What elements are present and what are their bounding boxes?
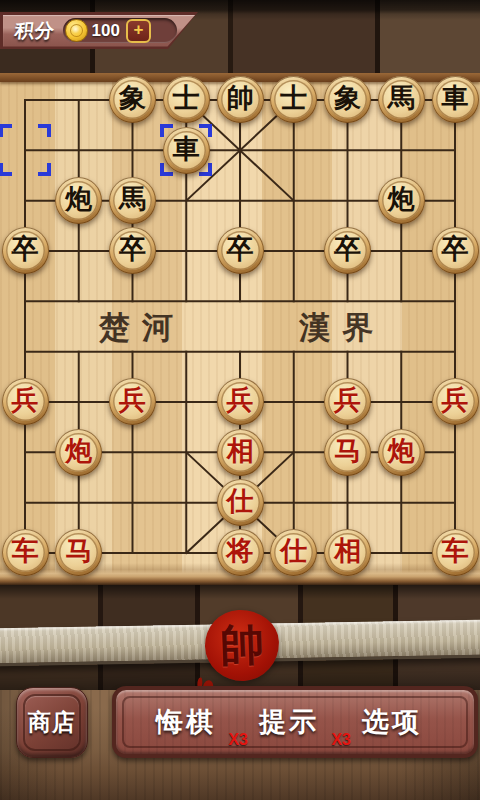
cell-8-5[interactable] xyxy=(428,326,480,376)
piece-face: 卒 xyxy=(6,231,45,270)
piece-face: 兵 xyxy=(113,382,152,421)
shop-button-label: 商店 xyxy=(28,707,76,738)
cell-6-1[interactable] xyxy=(321,125,375,175)
piece-red-8-9[interactable]: 车 xyxy=(432,529,479,576)
piece-character: 炮 xyxy=(388,186,415,213)
piece-red-8-6[interactable]: 兵 xyxy=(432,378,479,425)
piece-red-4-9[interactable]: 将 xyxy=(217,529,264,576)
cell-0-7[interactable] xyxy=(0,427,52,477)
cell-8-9[interactable]: 车 xyxy=(428,528,480,578)
piece-black-8-3[interactable]: 卒 xyxy=(432,227,479,274)
cell-1-1[interactable] xyxy=(52,125,106,175)
piece-character: 卒 xyxy=(334,236,361,263)
piece-character: 将 xyxy=(227,538,254,565)
coin-icon xyxy=(65,19,88,42)
hint-count-badge: X3 xyxy=(331,731,351,749)
cell-1-0[interactable] xyxy=(52,75,106,125)
coin-pill: 100 + xyxy=(63,18,177,43)
cell-6-7[interactable]: 马 xyxy=(321,427,375,477)
shop-button[interactable]: 商店 xyxy=(16,687,88,758)
piece-character: 象 xyxy=(119,85,146,112)
cell-6-9[interactable]: 相 xyxy=(321,528,375,578)
piece-black-3-1[interactable]: 車 xyxy=(163,127,210,174)
cell-7-1[interactable] xyxy=(374,125,428,175)
cell-5-6[interactable] xyxy=(267,377,321,427)
cell-6-6[interactable]: 兵 xyxy=(321,377,375,427)
coin-amount: 100 xyxy=(92,21,120,41)
piece-black-7-0[interactable]: 馬 xyxy=(378,76,425,123)
piece-face: 卒 xyxy=(328,231,367,270)
piece-character: 車 xyxy=(173,136,200,163)
piece-red-0-9[interactable]: 车 xyxy=(2,529,49,576)
piece-face: 車 xyxy=(436,80,475,119)
piece-black-4-0[interactable]: 帥 xyxy=(217,76,264,123)
piece-character: 仕 xyxy=(227,488,254,515)
piece-face: 相 xyxy=(328,533,367,572)
piece-character: 卒 xyxy=(12,236,39,263)
cell-5-5[interactable] xyxy=(267,326,321,376)
piece-character: 卒 xyxy=(119,236,146,263)
cell-0-4[interactable] xyxy=(0,276,52,326)
board-grid: 象士帥士象馬車車炮馬炮卒卒卒卒卒兵兵兵兵兵炮相马炮仕车马将仕相车 xyxy=(0,75,480,578)
cell-8-8[interactable] xyxy=(428,477,480,527)
cell-4-1[interactable] xyxy=(213,125,267,175)
piece-red-4-7[interactable]: 相 xyxy=(217,429,264,476)
piece-face: 马 xyxy=(59,533,98,572)
cell-0-8[interactable] xyxy=(0,477,52,527)
piece-red-4-6[interactable]: 兵 xyxy=(217,378,264,425)
cell-1-6[interactable] xyxy=(52,377,106,427)
piece-face: 相 xyxy=(221,433,260,472)
cell-4-7[interactable]: 相 xyxy=(213,427,267,477)
cell-6-2[interactable] xyxy=(321,175,375,225)
piece-red-6-6[interactable]: 兵 xyxy=(324,378,371,425)
cell-8-1[interactable] xyxy=(428,125,480,175)
cell-2-7[interactable] xyxy=(106,427,160,477)
cell-6-0[interactable]: 象 xyxy=(321,75,375,125)
cell-8-0[interactable]: 車 xyxy=(428,75,480,125)
cell-3-4[interactable] xyxy=(159,276,213,326)
cell-2-0[interactable]: 象 xyxy=(106,75,160,125)
cell-3-2[interactable] xyxy=(159,175,213,225)
cell-1-4[interactable] xyxy=(52,276,106,326)
cell-0-6[interactable]: 兵 xyxy=(0,377,52,427)
cell-1-9[interactable]: 马 xyxy=(52,528,106,578)
cell-2-3[interactable]: 卒 xyxy=(106,226,160,276)
piece-face: 炮 xyxy=(59,181,98,220)
cell-4-0[interactable]: 帥 xyxy=(213,75,267,125)
cell-7-0[interactable]: 馬 xyxy=(374,75,428,125)
piece-black-7-2[interactable]: 炮 xyxy=(378,177,425,224)
piece-character: 马 xyxy=(65,538,92,565)
piece-red-5-9[interactable]: 仕 xyxy=(270,529,317,576)
score-label: 积分 xyxy=(13,18,56,44)
hint-button[interactable]: 提示 X3 xyxy=(259,704,319,740)
piece-black-3-0[interactable]: 士 xyxy=(163,76,210,123)
cell-7-2[interactable]: 炮 xyxy=(374,175,428,225)
cell-4-3[interactable]: 卒 xyxy=(213,226,267,276)
cell-7-5[interactable] xyxy=(374,326,428,376)
score-banner-inner: 积分 100 + xyxy=(3,15,196,47)
cell-8-2[interactable] xyxy=(428,175,480,225)
piece-red-1-9[interactable]: 马 xyxy=(55,529,102,576)
piece-face: 车 xyxy=(6,533,45,572)
cell-2-9[interactable] xyxy=(106,528,160,578)
piece-character: 相 xyxy=(227,438,254,465)
piece-face: 卒 xyxy=(221,231,260,270)
piece-character: 馬 xyxy=(119,186,146,213)
piece-black-2-3[interactable]: 卒 xyxy=(109,227,156,274)
piece-character: 马 xyxy=(334,438,361,465)
cell-5-8[interactable] xyxy=(267,477,321,527)
piece-character: 卒 xyxy=(227,236,254,263)
cell-2-1[interactable] xyxy=(106,125,160,175)
piece-character: 相 xyxy=(334,538,361,565)
cell-0-2[interactable] xyxy=(0,175,52,225)
piece-character: 炮 xyxy=(65,438,92,465)
piece-face: 兵 xyxy=(436,382,475,421)
cell-3-5[interactable] xyxy=(159,326,213,376)
cell-0-3[interactable]: 卒 xyxy=(0,226,52,276)
piece-face: 馬 xyxy=(382,80,421,119)
cell-3-8[interactable] xyxy=(159,477,213,527)
piece-face: 马 xyxy=(328,433,367,472)
cell-3-0[interactable]: 士 xyxy=(159,75,213,125)
piece-black-0-3[interactable]: 卒 xyxy=(2,227,49,274)
cell-6-5[interactable] xyxy=(321,326,375,376)
piece-character: 象 xyxy=(334,85,361,112)
cell-4-9[interactable]: 将 xyxy=(213,528,267,578)
cell-4-8[interactable]: 仕 xyxy=(213,477,267,527)
cell-4-5[interactable] xyxy=(213,326,267,376)
piece-character: 士 xyxy=(280,85,307,112)
last-move-from-marker xyxy=(0,124,51,176)
cell-5-1[interactable] xyxy=(267,125,321,175)
piece-character: 车 xyxy=(442,538,469,565)
undo-button-label: 悔棋 xyxy=(156,707,216,737)
cell-5-3[interactable] xyxy=(267,226,321,276)
cell-4-2[interactable] xyxy=(213,175,267,225)
piece-face: 炮 xyxy=(382,433,421,472)
piece-face: 帥 xyxy=(221,80,260,119)
add-coins-button[interactable]: + xyxy=(126,19,151,43)
piece-black-5-0[interactable]: 士 xyxy=(270,76,317,123)
cell-5-7[interactable] xyxy=(267,427,321,477)
bottom-menu-panel: 悔棋 X3 提示 X3 选项 xyxy=(112,686,478,758)
cell-1-2[interactable]: 炮 xyxy=(52,175,106,225)
piece-face: 車 xyxy=(167,131,206,170)
cell-7-6[interactable] xyxy=(374,377,428,427)
piece-face: 兵 xyxy=(6,382,45,421)
cell-3-9[interactable] xyxy=(159,528,213,578)
cell-8-4[interactable] xyxy=(428,276,480,326)
seal-character: 帥 xyxy=(219,615,265,675)
piece-face: 象 xyxy=(113,80,152,119)
piece-face: 仕 xyxy=(221,483,260,522)
cell-6-3[interactable]: 卒 xyxy=(321,226,375,276)
piece-face: 卒 xyxy=(436,231,475,270)
cell-8-3[interactable]: 卒 xyxy=(428,226,480,276)
cell-0-1[interactable] xyxy=(0,125,52,175)
piece-character: 兵 xyxy=(334,387,361,414)
cell-3-3[interactable] xyxy=(159,226,213,276)
piece-character: 炮 xyxy=(65,186,92,213)
cell-7-7[interactable]: 炮 xyxy=(374,427,428,477)
piece-red-6-7[interactable]: 马 xyxy=(324,429,371,476)
cell-7-9[interactable] xyxy=(374,528,428,578)
bottom-menu-inner: 悔棋 X3 提示 X3 选项 xyxy=(116,690,474,754)
cell-1-3[interactable] xyxy=(52,226,106,276)
piece-character: 馬 xyxy=(388,85,415,112)
cell-1-7[interactable]: 炮 xyxy=(52,427,106,477)
cell-8-7[interactable] xyxy=(428,427,480,477)
piece-red-7-7[interactable]: 炮 xyxy=(378,429,425,476)
piece-black-4-3[interactable]: 卒 xyxy=(217,227,264,274)
cell-2-5[interactable] xyxy=(106,326,160,376)
xiangqi-board: 楚河 漢界 象士帥士象馬車車炮馬炮卒卒卒卒卒兵兵兵兵兵炮相马炮仕车马将仕相车 xyxy=(0,73,480,585)
cell-0-0[interactable] xyxy=(0,75,52,125)
piece-character: 兵 xyxy=(12,387,39,414)
cell-5-9[interactable]: 仕 xyxy=(267,528,321,578)
piece-face: 兵 xyxy=(328,382,367,421)
piece-character: 卒 xyxy=(442,236,469,263)
hint-button-label: 提示 xyxy=(259,707,319,737)
piece-character: 兵 xyxy=(227,387,254,414)
cell-3-7[interactable] xyxy=(159,427,213,477)
piece-black-6-0[interactable]: 象 xyxy=(324,76,371,123)
piece-face: 炮 xyxy=(382,181,421,220)
cell-2-2[interactable]: 馬 xyxy=(106,175,160,225)
piece-face: 兵 xyxy=(221,382,260,421)
piece-character: 士 xyxy=(173,85,200,112)
cell-1-8[interactable] xyxy=(52,477,106,527)
cell-8-6[interactable]: 兵 xyxy=(428,377,480,427)
piece-red-4-8[interactable]: 仕 xyxy=(217,479,264,526)
cell-3-1[interactable]: 車 xyxy=(159,125,213,175)
undo-button[interactable]: 悔棋 X3 xyxy=(156,704,216,740)
options-button-label: 选项 xyxy=(362,707,422,737)
cell-4-6[interactable]: 兵 xyxy=(213,377,267,427)
cell-6-8[interactable] xyxy=(321,477,375,527)
piece-red-1-7[interactable]: 炮 xyxy=(55,429,102,476)
piece-face: 车 xyxy=(436,533,475,572)
piece-face: 馬 xyxy=(113,181,152,220)
piece-red-6-9[interactable]: 相 xyxy=(324,529,371,576)
undo-count-badge: X3 xyxy=(228,731,248,749)
cell-2-4[interactable] xyxy=(106,276,160,326)
cell-7-3[interactable] xyxy=(374,226,428,276)
cell-5-2[interactable] xyxy=(267,175,321,225)
piece-face: 象 xyxy=(328,80,367,119)
options-button[interactable]: 选项 xyxy=(362,704,422,740)
cell-7-4[interactable] xyxy=(374,276,428,326)
piece-black-1-2[interactable]: 炮 xyxy=(55,177,102,224)
piece-face: 士 xyxy=(274,80,313,119)
cell-5-4[interactable] xyxy=(267,276,321,326)
piece-character: 車 xyxy=(442,85,469,112)
piece-face: 将 xyxy=(221,533,260,572)
piece-character: 仕 xyxy=(280,538,307,565)
cell-7-8[interactable] xyxy=(374,477,428,527)
cell-4-4[interactable] xyxy=(213,276,267,326)
piece-face: 炮 xyxy=(59,433,98,472)
piece-character: 车 xyxy=(12,538,39,565)
piece-face: 卒 xyxy=(113,231,152,270)
cell-6-4[interactable] xyxy=(321,276,375,326)
piece-black-6-3[interactable]: 卒 xyxy=(324,227,371,274)
piece-character: 炮 xyxy=(388,438,415,465)
cell-2-6[interactable]: 兵 xyxy=(106,377,160,427)
piece-black-2-2[interactable]: 馬 xyxy=(109,177,156,224)
cell-0-5[interactable] xyxy=(0,326,52,376)
piece-character: 帥 xyxy=(227,85,254,112)
cell-1-5[interactable] xyxy=(52,326,106,376)
piece-face: 士 xyxy=(167,80,206,119)
cell-5-0[interactable]: 士 xyxy=(267,75,321,125)
cell-0-9[interactable]: 车 xyxy=(0,528,52,578)
piece-black-8-0[interactable]: 車 xyxy=(432,76,479,123)
cell-2-8[interactable] xyxy=(106,477,160,527)
piece-red-0-6[interactable]: 兵 xyxy=(2,378,49,425)
piece-red-2-6[interactable]: 兵 xyxy=(109,378,156,425)
cell-3-6[interactable] xyxy=(159,377,213,427)
piece-face: 仕 xyxy=(274,533,313,572)
piece-character: 兵 xyxy=(442,387,469,414)
piece-character: 兵 xyxy=(119,387,146,414)
score-banner: 积分 100 + xyxy=(0,12,198,49)
piece-black-2-0[interactable]: 象 xyxy=(109,76,156,123)
